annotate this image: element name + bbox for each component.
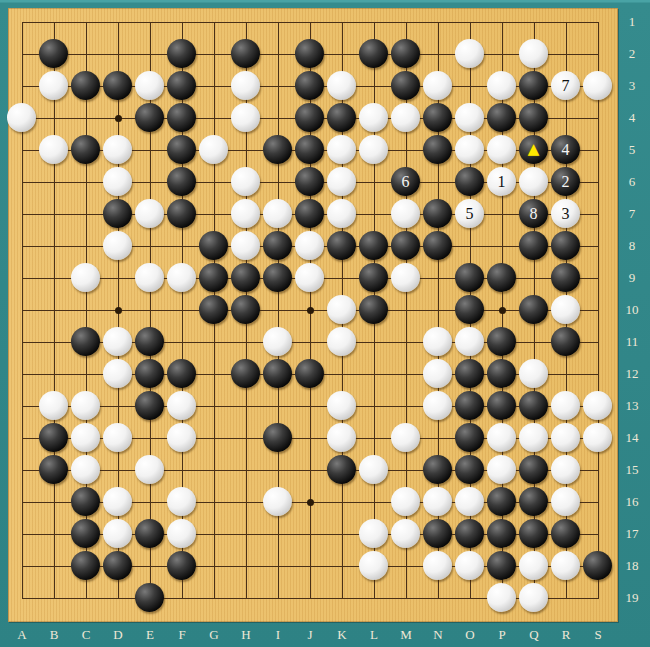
intersection-I7[interactable] (262, 198, 294, 230)
intersection-A10[interactable] (6, 294, 38, 326)
intersection-S10[interactable] (582, 294, 614, 326)
intersection-S16[interactable] (582, 486, 614, 518)
intersection-N18[interactable] (422, 550, 454, 582)
intersection-G8[interactable] (198, 230, 230, 262)
intersection-G9[interactable] (198, 262, 230, 294)
intersection-C9[interactable] (70, 262, 102, 294)
white-stone-F9[interactable] (167, 263, 196, 292)
white-stone-O5[interactable] (455, 135, 484, 164)
intersection-I6[interactable] (262, 166, 294, 198)
intersection-K14[interactable] (326, 422, 358, 454)
intersection-K10[interactable] (326, 294, 358, 326)
intersection-B7[interactable] (38, 198, 70, 230)
intersection-P18[interactable] (486, 550, 518, 582)
white-stone-N12[interactable] (423, 359, 452, 388)
black-stone-E4[interactable] (135, 103, 164, 132)
intersection-R11[interactable] (550, 326, 582, 358)
black-stone-Q16[interactable] (519, 487, 548, 516)
intersection-D16[interactable] (102, 486, 134, 518)
black-stone-H2[interactable] (231, 39, 260, 68)
intersection-P2[interactable] (486, 38, 518, 70)
intersection-J10[interactable] (294, 294, 326, 326)
intersection-E1[interactable] (134, 6, 166, 38)
black-stone-N5[interactable] (423, 135, 452, 164)
intersection-C11[interactable] (70, 326, 102, 358)
intersection-B5[interactable] (38, 134, 70, 166)
intersection-M3[interactable] (390, 70, 422, 102)
intersection-G17[interactable] (198, 518, 230, 550)
intersection-J4[interactable] (294, 102, 326, 134)
black-stone-E17[interactable] (135, 519, 164, 548)
white-stone-F16[interactable] (167, 487, 196, 516)
intersection-K1[interactable] (326, 6, 358, 38)
white-stone-Q6[interactable] (519, 167, 548, 196)
intersection-F8[interactable] (166, 230, 198, 262)
intersection-B2[interactable] (38, 38, 70, 70)
intersection-D15[interactable] (102, 454, 134, 486)
intersection-L3[interactable] (358, 70, 390, 102)
white-stone-R14[interactable] (551, 423, 580, 452)
white-stone-R13[interactable] (551, 391, 580, 420)
white-stone-A4[interactable] (7, 103, 36, 132)
white-stone-P6[interactable]: 1 (487, 167, 516, 196)
black-stone-Q5[interactable]: ▲ (519, 135, 548, 164)
white-stone-D12[interactable] (103, 359, 132, 388)
intersection-O14[interactable] (454, 422, 486, 454)
intersection-E13[interactable] (134, 390, 166, 422)
black-stone-L8[interactable] (359, 231, 388, 260)
intersection-R1[interactable] (550, 6, 582, 38)
intersection-H11[interactable] (230, 326, 262, 358)
intersection-M17[interactable] (390, 518, 422, 550)
intersection-C12[interactable] (70, 358, 102, 390)
intersection-J6[interactable] (294, 166, 326, 198)
intersection-A11[interactable] (6, 326, 38, 358)
black-stone-Q13[interactable] (519, 391, 548, 420)
intersection-H5[interactable] (230, 134, 262, 166)
black-stone-R6[interactable]: 2 (551, 167, 580, 196)
intersection-M7[interactable] (390, 198, 422, 230)
intersection-F6[interactable] (166, 166, 198, 198)
intersection-L9[interactable] (358, 262, 390, 294)
white-stone-D11[interactable] (103, 327, 132, 356)
white-stone-I16[interactable] (263, 487, 292, 516)
intersection-E2[interactable] (134, 38, 166, 70)
white-stone-D5[interactable] (103, 135, 132, 164)
black-stone-H12[interactable] (231, 359, 260, 388)
intersection-R9[interactable] (550, 262, 582, 294)
intersection-H3[interactable] (230, 70, 262, 102)
intersection-G14[interactable] (198, 422, 230, 454)
black-stone-O14[interactable] (455, 423, 484, 452)
intersection-A7[interactable] (6, 198, 38, 230)
intersection-B14[interactable] (38, 422, 70, 454)
intersection-F15[interactable] (166, 454, 198, 486)
intersection-L13[interactable] (358, 390, 390, 422)
intersection-G15[interactable] (198, 454, 230, 486)
black-stone-F4[interactable] (167, 103, 196, 132)
white-stone-M9[interactable] (391, 263, 420, 292)
black-stone-F2[interactable] (167, 39, 196, 68)
intersection-J19[interactable] (294, 582, 326, 614)
intersection-R13[interactable] (550, 390, 582, 422)
black-stone-G10[interactable] (199, 295, 228, 324)
intersection-Q10[interactable] (518, 294, 550, 326)
intersection-E3[interactable] (134, 70, 166, 102)
intersection-I16[interactable] (262, 486, 294, 518)
intersection-H19[interactable] (230, 582, 262, 614)
intersection-Q5[interactable]: ▲ (518, 134, 550, 166)
intersection-N16[interactable] (422, 486, 454, 518)
intersection-S17[interactable] (582, 518, 614, 550)
white-stone-P3[interactable] (487, 71, 516, 100)
intersection-L1[interactable] (358, 6, 390, 38)
black-stone-Q7[interactable]: 8 (519, 199, 548, 228)
intersection-O1[interactable] (454, 6, 486, 38)
black-stone-R8[interactable] (551, 231, 580, 260)
intersection-D3[interactable] (102, 70, 134, 102)
black-stone-F12[interactable] (167, 359, 196, 388)
intersection-D7[interactable] (102, 198, 134, 230)
black-stone-N17[interactable] (423, 519, 452, 548)
intersection-F19[interactable] (166, 582, 198, 614)
intersection-A5[interactable] (6, 134, 38, 166)
intersection-E17[interactable] (134, 518, 166, 550)
intersection-M1[interactable] (390, 6, 422, 38)
intersection-N6[interactable] (422, 166, 454, 198)
black-stone-I8[interactable] (263, 231, 292, 260)
white-stone-O16[interactable] (455, 487, 484, 516)
intersection-N14[interactable] (422, 422, 454, 454)
intersection-G13[interactable] (198, 390, 230, 422)
intersection-A15[interactable] (6, 454, 38, 486)
intersection-S9[interactable] (582, 262, 614, 294)
black-stone-N8[interactable] (423, 231, 452, 260)
black-stone-L2[interactable] (359, 39, 388, 68)
black-stone-C18[interactable] (71, 551, 100, 580)
intersection-K5[interactable] (326, 134, 358, 166)
intersection-A14[interactable] (6, 422, 38, 454)
white-stone-E9[interactable] (135, 263, 164, 292)
intersection-E11[interactable] (134, 326, 166, 358)
white-stone-K5[interactable] (327, 135, 356, 164)
black-stone-J12[interactable] (295, 359, 324, 388)
intersection-M11[interactable] (390, 326, 422, 358)
white-stone-L4[interactable] (359, 103, 388, 132)
intersection-O12[interactable] (454, 358, 486, 390)
intersection-F1[interactable] (166, 6, 198, 38)
intersection-F3[interactable] (166, 70, 198, 102)
intersection-H2[interactable] (230, 38, 262, 70)
intersection-I1[interactable] (262, 6, 294, 38)
intersection-M18[interactable] (390, 550, 422, 582)
white-stone-H8[interactable] (231, 231, 260, 260)
black-stone-O13[interactable] (455, 391, 484, 420)
white-stone-M7[interactable] (391, 199, 420, 228)
black-stone-R9[interactable] (551, 263, 580, 292)
intersection-K17[interactable] (326, 518, 358, 550)
intersection-J5[interactable] (294, 134, 326, 166)
intersection-I14[interactable] (262, 422, 294, 454)
black-stone-O17[interactable] (455, 519, 484, 548)
intersection-H4[interactable] (230, 102, 262, 134)
intersection-Q1[interactable] (518, 6, 550, 38)
intersection-M16[interactable] (390, 486, 422, 518)
intersection-M8[interactable] (390, 230, 422, 262)
white-stone-O4[interactable] (455, 103, 484, 132)
intersection-Q9[interactable] (518, 262, 550, 294)
intersection-E14[interactable] (134, 422, 166, 454)
white-stone-D17[interactable] (103, 519, 132, 548)
white-stone-C13[interactable] (71, 391, 100, 420)
white-stone-O11[interactable] (455, 327, 484, 356)
black-stone-I9[interactable] (263, 263, 292, 292)
intersection-S5[interactable] (582, 134, 614, 166)
white-stone-F14[interactable] (167, 423, 196, 452)
intersection-A6[interactable] (6, 166, 38, 198)
intersection-F16[interactable] (166, 486, 198, 518)
white-stone-Q12[interactable] (519, 359, 548, 388)
intersection-B18[interactable] (38, 550, 70, 582)
white-stone-S13[interactable] (583, 391, 612, 420)
intersection-I12[interactable] (262, 358, 294, 390)
intersection-N1[interactable] (422, 6, 454, 38)
intersection-C15[interactable] (70, 454, 102, 486)
intersection-C7[interactable] (70, 198, 102, 230)
intersection-C17[interactable] (70, 518, 102, 550)
white-stone-F13[interactable] (167, 391, 196, 420)
intersection-N15[interactable] (422, 454, 454, 486)
intersection-L14[interactable] (358, 422, 390, 454)
black-stone-P13[interactable] (487, 391, 516, 420)
black-stone-Q3[interactable] (519, 71, 548, 100)
intersection-N19[interactable] (422, 582, 454, 614)
intersection-K16[interactable] (326, 486, 358, 518)
intersection-N9[interactable] (422, 262, 454, 294)
intersection-I9[interactable] (262, 262, 294, 294)
white-stone-M17[interactable] (391, 519, 420, 548)
white-stone-K7[interactable] (327, 199, 356, 228)
intersection-L6[interactable] (358, 166, 390, 198)
intersection-D12[interactable] (102, 358, 134, 390)
intersection-B6[interactable] (38, 166, 70, 198)
intersection-F10[interactable] (166, 294, 198, 326)
white-stone-R10[interactable] (551, 295, 580, 324)
black-stone-J5[interactable] (295, 135, 324, 164)
intersection-I19[interactable] (262, 582, 294, 614)
intersection-P1[interactable] (486, 6, 518, 38)
white-stone-M4[interactable] (391, 103, 420, 132)
intersection-H18[interactable] (230, 550, 262, 582)
intersection-B13[interactable] (38, 390, 70, 422)
intersection-G18[interactable] (198, 550, 230, 582)
white-stone-K6[interactable] (327, 167, 356, 196)
white-stone-Q2[interactable] (519, 39, 548, 68)
intersection-L12[interactable] (358, 358, 390, 390)
intersection-H17[interactable] (230, 518, 262, 550)
white-stone-F17[interactable] (167, 519, 196, 548)
intersection-B8[interactable] (38, 230, 70, 262)
intersection-F14[interactable] (166, 422, 198, 454)
white-stone-K10[interactable] (327, 295, 356, 324)
black-stone-P4[interactable] (487, 103, 516, 132)
intersection-N11[interactable] (422, 326, 454, 358)
black-stone-K4[interactable] (327, 103, 356, 132)
intersection-S15[interactable] (582, 454, 614, 486)
intersection-C4[interactable] (70, 102, 102, 134)
intersection-F18[interactable] (166, 550, 198, 582)
intersection-B12[interactable] (38, 358, 70, 390)
intersection-J1[interactable] (294, 6, 326, 38)
intersection-R8[interactable] (550, 230, 582, 262)
intersection-L19[interactable] (358, 582, 390, 614)
intersection-A17[interactable] (6, 518, 38, 550)
white-stone-P5[interactable] (487, 135, 516, 164)
intersection-R10[interactable] (550, 294, 582, 326)
intersection-M6[interactable]: 6 (390, 166, 422, 198)
black-stone-B15[interactable] (39, 455, 68, 484)
intersection-L11[interactable] (358, 326, 390, 358)
intersection-G5[interactable] (198, 134, 230, 166)
white-stone-J8[interactable] (295, 231, 324, 260)
intersection-A4[interactable] (6, 102, 38, 134)
intersection-I17[interactable] (262, 518, 294, 550)
intersection-G19[interactable] (198, 582, 230, 614)
intersection-G16[interactable] (198, 486, 230, 518)
intersection-F7[interactable] (166, 198, 198, 230)
intersection-E19[interactable] (134, 582, 166, 614)
black-stone-P11[interactable] (487, 327, 516, 356)
intersection-Q16[interactable] (518, 486, 550, 518)
intersection-O3[interactable] (454, 70, 486, 102)
black-stone-J3[interactable] (295, 71, 324, 100)
intersection-I3[interactable] (262, 70, 294, 102)
intersection-K19[interactable] (326, 582, 358, 614)
intersection-N13[interactable] (422, 390, 454, 422)
black-stone-L9[interactable] (359, 263, 388, 292)
intersection-F11[interactable] (166, 326, 198, 358)
intersection-F2[interactable] (166, 38, 198, 70)
white-stone-H3[interactable] (231, 71, 260, 100)
intersection-J17[interactable] (294, 518, 326, 550)
white-stone-M16[interactable] (391, 487, 420, 516)
intersection-S18[interactable] (582, 550, 614, 582)
white-stone-R3[interactable]: 7 (551, 71, 580, 100)
intersection-H9[interactable] (230, 262, 262, 294)
intersection-N7[interactable] (422, 198, 454, 230)
black-stone-P16[interactable] (487, 487, 516, 516)
intersection-I18[interactable] (262, 550, 294, 582)
intersection-R18[interactable] (550, 550, 582, 582)
black-stone-E13[interactable] (135, 391, 164, 420)
intersection-K4[interactable] (326, 102, 358, 134)
white-stone-E15[interactable] (135, 455, 164, 484)
intersection-C13[interactable] (70, 390, 102, 422)
intersection-S14[interactable] (582, 422, 614, 454)
intersection-I5[interactable] (262, 134, 294, 166)
intersection-L5[interactable] (358, 134, 390, 166)
intersection-E8[interactable] (134, 230, 166, 262)
intersection-P17[interactable] (486, 518, 518, 550)
intersection-J12[interactable] (294, 358, 326, 390)
intersection-B17[interactable] (38, 518, 70, 550)
black-stone-F6[interactable] (167, 167, 196, 196)
intersection-L16[interactable] (358, 486, 390, 518)
white-stone-N16[interactable] (423, 487, 452, 516)
black-stone-H10[interactable] (231, 295, 260, 324)
intersection-S8[interactable] (582, 230, 614, 262)
intersection-E18[interactable] (134, 550, 166, 582)
intersection-Q12[interactable] (518, 358, 550, 390)
black-stone-I5[interactable] (263, 135, 292, 164)
intersection-J15[interactable] (294, 454, 326, 486)
intersection-L10[interactable] (358, 294, 390, 326)
intersection-I8[interactable] (262, 230, 294, 262)
intersection-F9[interactable] (166, 262, 198, 294)
intersection-G1[interactable] (198, 6, 230, 38)
intersection-R6[interactable]: 2 (550, 166, 582, 198)
white-stone-L18[interactable] (359, 551, 388, 580)
white-stone-R16[interactable] (551, 487, 580, 516)
intersection-F4[interactable] (166, 102, 198, 134)
intersection-D8[interactable] (102, 230, 134, 262)
intersection-G3[interactable] (198, 70, 230, 102)
intersection-A13[interactable] (6, 390, 38, 422)
intersection-P14[interactable] (486, 422, 518, 454)
intersection-A3[interactable] (6, 70, 38, 102)
intersection-J7[interactable] (294, 198, 326, 230)
intersection-I13[interactable] (262, 390, 294, 422)
intersection-N5[interactable] (422, 134, 454, 166)
black-stone-G9[interactable] (199, 263, 228, 292)
intersection-R14[interactable] (550, 422, 582, 454)
intersection-O6[interactable] (454, 166, 486, 198)
black-stone-M8[interactable] (391, 231, 420, 260)
black-stone-C16[interactable] (71, 487, 100, 516)
intersection-M19[interactable] (390, 582, 422, 614)
intersection-L18[interactable] (358, 550, 390, 582)
intersection-R7[interactable]: 3 (550, 198, 582, 230)
intersection-G7[interactable] (198, 198, 230, 230)
black-stone-K8[interactable] (327, 231, 356, 260)
intersection-C1[interactable] (70, 6, 102, 38)
intersection-N2[interactable] (422, 38, 454, 70)
intersection-P7[interactable] (486, 198, 518, 230)
black-stone-O12[interactable] (455, 359, 484, 388)
black-stone-S18[interactable] (583, 551, 612, 580)
black-stone-N15[interactable] (423, 455, 452, 484)
intersection-H16[interactable] (230, 486, 262, 518)
black-stone-F18[interactable] (167, 551, 196, 580)
intersection-N8[interactable] (422, 230, 454, 262)
black-stone-E12[interactable] (135, 359, 164, 388)
intersection-J14[interactable] (294, 422, 326, 454)
intersection-Q13[interactable] (518, 390, 550, 422)
intersection-L4[interactable] (358, 102, 390, 134)
intersection-C6[interactable] (70, 166, 102, 198)
intersection-A9[interactable] (6, 262, 38, 294)
white-stone-K11[interactable] (327, 327, 356, 356)
white-stone-B13[interactable] (39, 391, 68, 420)
intersection-O5[interactable] (454, 134, 486, 166)
intersection-K15[interactable] (326, 454, 358, 486)
white-stone-K14[interactable] (327, 423, 356, 452)
intersection-H8[interactable] (230, 230, 262, 262)
black-stone-F5[interactable] (167, 135, 196, 164)
intersection-P4[interactable] (486, 102, 518, 134)
intersection-I10[interactable] (262, 294, 294, 326)
black-stone-J7[interactable] (295, 199, 324, 228)
